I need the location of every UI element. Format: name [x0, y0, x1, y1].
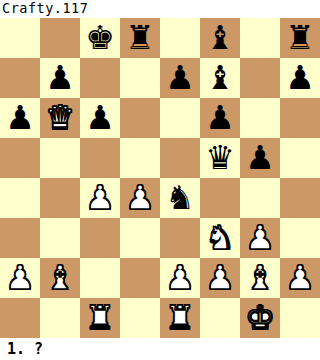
white-rook: ♜ — [160, 298, 200, 338]
square-f6[interactable]: ♟ — [200, 98, 240, 138]
white-bishop: ♝ — [240, 258, 280, 298]
square-e2[interactable]: ♟ — [160, 258, 200, 298]
white-pawn: ♟ — [160, 258, 200, 298]
black-pawn: ♟ — [0, 98, 40, 138]
black-pawn: ♟ — [240, 138, 280, 178]
square-c1[interactable]: ♜ — [80, 298, 120, 338]
square-d5[interactable] — [120, 138, 160, 178]
square-b3[interactable] — [40, 218, 80, 258]
square-g2[interactable]: ♝ — [240, 258, 280, 298]
white-pawn: ♟ — [280, 258, 320, 298]
square-e8[interactable] — [160, 18, 200, 58]
white-king: ♚ — [240, 298, 280, 338]
square-b5[interactable] — [40, 138, 80, 178]
black-pawn: ♟ — [160, 58, 200, 98]
square-f1[interactable] — [200, 298, 240, 338]
square-a1[interactable] — [0, 298, 40, 338]
square-f4[interactable] — [200, 178, 240, 218]
square-h1[interactable] — [280, 298, 320, 338]
white-knight: ♞ — [200, 218, 240, 258]
black-pawn: ♟ — [280, 58, 320, 98]
white-pawn: ♟ — [200, 258, 240, 298]
square-h8[interactable]: ♜ — [280, 18, 320, 58]
square-a4[interactable] — [0, 178, 40, 218]
black-queen: ♛ — [200, 138, 240, 178]
square-b6[interactable]: ♛ — [40, 98, 80, 138]
black-rook: ♜ — [120, 18, 160, 58]
black-pawn: ♟ — [40, 58, 80, 98]
xboard-window: Crafty.117 ♚♜♝♜♟♟♝♟♟♛♟♟♛♟♟♟♞♞♟♟♝♟♟♝♟♜♜♚ … — [0, 0, 320, 360]
black-pawn: ♟ — [80, 98, 120, 138]
white-bishop: ♝ — [40, 258, 80, 298]
square-b1[interactable] — [40, 298, 80, 338]
square-f2[interactable]: ♟ — [200, 258, 240, 298]
square-g3[interactable]: ♟ — [240, 218, 280, 258]
square-b2[interactable]: ♝ — [40, 258, 80, 298]
square-c6[interactable]: ♟ — [80, 98, 120, 138]
move-prompt: 1. ? — [0, 338, 320, 360]
square-c4[interactable]: ♟ — [80, 178, 120, 218]
square-e1[interactable]: ♜ — [160, 298, 200, 338]
square-d2[interactable] — [120, 258, 160, 298]
black-rook: ♜ — [280, 18, 320, 58]
square-d7[interactable] — [120, 58, 160, 98]
square-h2[interactable]: ♟ — [280, 258, 320, 298]
white-pawn: ♟ — [80, 178, 120, 218]
square-e6[interactable] — [160, 98, 200, 138]
black-knight: ♞ — [160, 178, 200, 218]
black-pawn: ♟ — [200, 98, 240, 138]
square-h7[interactable]: ♟ — [280, 58, 320, 98]
white-pawn: ♟ — [0, 258, 40, 298]
square-d8[interactable]: ♜ — [120, 18, 160, 58]
white-rook: ♜ — [80, 298, 120, 338]
square-h5[interactable] — [280, 138, 320, 178]
square-g1[interactable]: ♚ — [240, 298, 280, 338]
square-c3[interactable] — [80, 218, 120, 258]
square-g4[interactable] — [240, 178, 280, 218]
square-e5[interactable] — [160, 138, 200, 178]
square-d3[interactable] — [120, 218, 160, 258]
square-h3[interactable] — [280, 218, 320, 258]
square-e4[interactable]: ♞ — [160, 178, 200, 218]
square-a7[interactable] — [0, 58, 40, 98]
black-king: ♚ — [80, 18, 120, 58]
square-c5[interactable] — [80, 138, 120, 178]
square-a2[interactable]: ♟ — [0, 258, 40, 298]
square-b4[interactable] — [40, 178, 80, 218]
white-pawn: ♟ — [240, 218, 280, 258]
square-d1[interactable] — [120, 298, 160, 338]
square-f5[interactable]: ♛ — [200, 138, 240, 178]
square-b7[interactable]: ♟ — [40, 58, 80, 98]
window-title: Crafty.117 — [0, 0, 320, 18]
square-g8[interactable] — [240, 18, 280, 58]
square-d4[interactable]: ♟ — [120, 178, 160, 218]
square-c7[interactable] — [80, 58, 120, 98]
square-c8[interactable]: ♚ — [80, 18, 120, 58]
square-f3[interactable]: ♞ — [200, 218, 240, 258]
black-bishop: ♝ — [200, 18, 240, 58]
square-a5[interactable] — [0, 138, 40, 178]
white-pawn: ♟ — [120, 178, 160, 218]
white-queen: ♛ — [40, 98, 80, 138]
square-b8[interactable] — [40, 18, 80, 58]
square-g6[interactable] — [240, 98, 280, 138]
square-g5[interactable]: ♟ — [240, 138, 280, 178]
square-f8[interactable]: ♝ — [200, 18, 240, 58]
black-bishop: ♝ — [200, 58, 240, 98]
square-h6[interactable] — [280, 98, 320, 138]
square-a3[interactable] — [0, 218, 40, 258]
square-e3[interactable] — [160, 218, 200, 258]
square-e7[interactable]: ♟ — [160, 58, 200, 98]
square-d6[interactable] — [120, 98, 160, 138]
chess-board: ♚♜♝♜♟♟♝♟♟♛♟♟♛♟♟♟♞♞♟♟♝♟♟♝♟♜♜♚ — [0, 18, 320, 338]
square-a8[interactable] — [0, 18, 40, 58]
square-c2[interactable] — [80, 258, 120, 298]
square-g7[interactable] — [240, 58, 280, 98]
square-a6[interactable]: ♟ — [0, 98, 40, 138]
square-f7[interactable]: ♝ — [200, 58, 240, 98]
square-h4[interactable] — [280, 178, 320, 218]
